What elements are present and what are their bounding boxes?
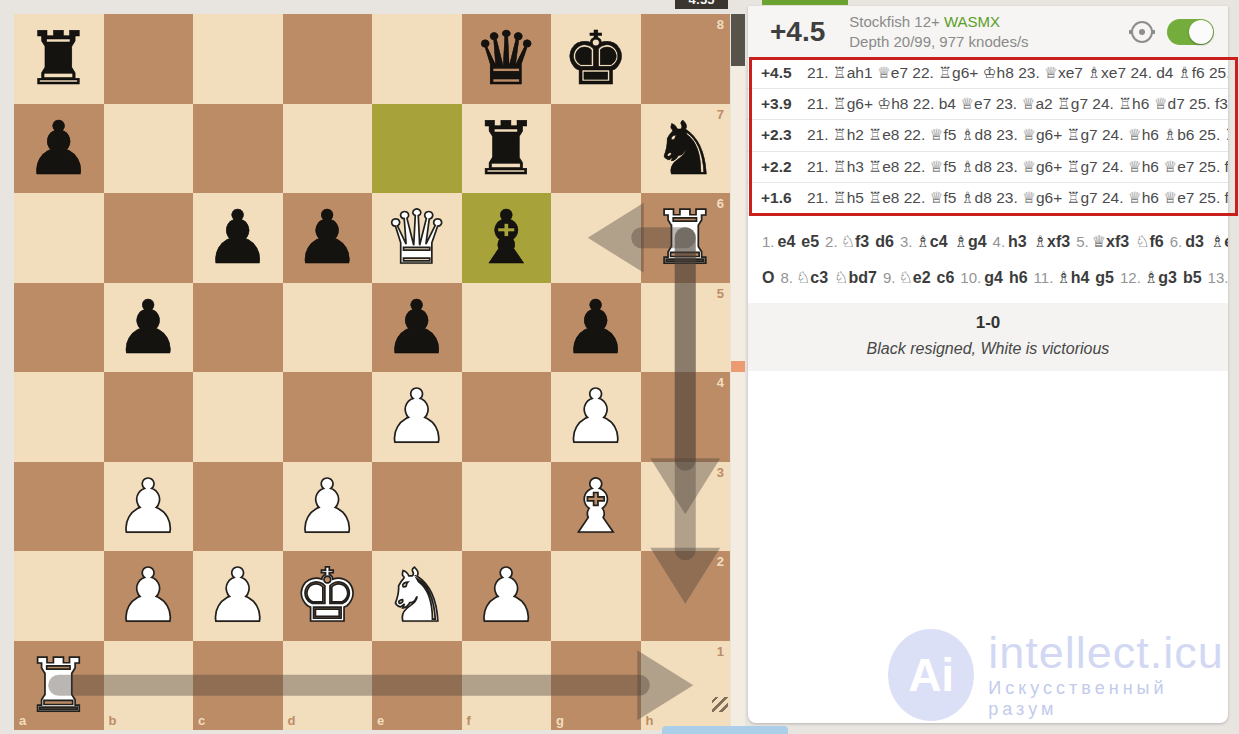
file-label-d: d (288, 713, 296, 728)
square-g5[interactable]: ♟ (551, 283, 641, 373)
square-e6[interactable]: ♛ (372, 193, 462, 283)
move[interactable]: ♘e2 (898, 269, 930, 286)
engine-tech: WASMX (944, 13, 1000, 30)
watermark-logo: Ai (888, 629, 974, 721)
square-h6[interactable]: 6♜ (641, 193, 731, 283)
piece-white-pawn[interactable]: ♟ (193, 551, 283, 641)
move-number: 4. (993, 233, 1006, 250)
square-f4[interactable] (462, 372, 552, 462)
piece-black-pawn[interactable]: ♟ (193, 193, 283, 283)
eval-gauge-black-part (731, 14, 745, 66)
square-g3[interactable]: ♝ (551, 462, 641, 552)
piece-white-knight[interactable]: ♞ (372, 551, 462, 641)
square-f8[interactable]: ♛ (462, 14, 552, 104)
rank-label-1: 1 (717, 644, 724, 659)
move[interactable]: d3 (1185, 233, 1204, 250)
square-c5[interactable] (193, 283, 283, 373)
piece-white-pawn[interactable]: ♟ (462, 551, 552, 641)
square-h8[interactable]: 8 (641, 14, 731, 104)
white-clock: 22:27 (662, 726, 788, 734)
pv-moves: 21. ♖h3 ♖e8 22. ♕f5 ♗d8 23. ♕g6+ ♖g7 24.… (807, 158, 1228, 176)
move[interactable]: ♗c4 (915, 233, 947, 250)
move[interactable]: ♗h4 (1056, 269, 1089, 286)
square-b2[interactable]: ♟ (104, 551, 194, 641)
white-clock-time: 22:27 (699, 730, 750, 734)
move[interactable]: ♗g4 (954, 233, 987, 250)
watermark: Ai intellect.icu Искусственный разум (888, 629, 1228, 721)
pv-moves: 21. ♖h5 ♖e8 22. ♕f5 ♗d8 23. ♕g6+ ♖g7 24.… (807, 189, 1228, 207)
move[interactable]: g5 (1095, 269, 1114, 286)
pv-moves: 21. ♖g6+ ♔h8 22. b4 ♕e7 23. ♕a2 ♖g7 24. … (807, 95, 1228, 113)
square-e8[interactable] (372, 14, 462, 104)
pv-line-3[interactable]: +2.321. ♖h2 ♖e8 22. ♕f5 ♗d8 23. ♕g6+ ♖g7… (748, 119, 1228, 150)
square-b1[interactable]: b (104, 641, 194, 731)
square-g8[interactable]: ♚ (551, 14, 641, 104)
piece-black-pawn[interactable]: ♟ (283, 193, 373, 283)
piece-white-rook[interactable]: ♜ (14, 641, 104, 731)
move[interactable]: ♗g3 (1144, 269, 1177, 286)
move[interactable]: ♘bd7 (834, 269, 877, 286)
rank-label-3: 3 (717, 465, 724, 480)
square-b6[interactable] (104, 193, 194, 283)
square-b3[interactable]: ♟ (104, 462, 194, 552)
result-score: 1-0 (748, 313, 1228, 333)
square-g4[interactable]: ♟ (551, 372, 641, 462)
square-h4[interactable]: 4 (641, 372, 731, 462)
move-number: 2. (825, 233, 838, 250)
square-c2[interactable]: ♟ (193, 551, 283, 641)
move-number: 9. (883, 269, 896, 286)
pv-eval: +3.9 (761, 95, 807, 113)
file-label-c: c (198, 713, 205, 728)
pv-line-5[interactable]: +1.621. ♖h5 ♖e8 22. ♕f5 ♗d8 23. ♕g6+ ♖g7… (748, 182, 1228, 213)
square-a2[interactable] (14, 551, 104, 641)
pv-line-1[interactable]: +4.521. ♖ah1 ♕e7 22. ♖g6+ ♔h8 23. ♕xe7 ♗… (748, 57, 1228, 88)
watermark-subtitle: Искусственный разум (988, 678, 1228, 720)
piece-white-pawn[interactable]: ♟ (104, 462, 194, 552)
square-g2[interactable] (551, 551, 641, 641)
square-b5[interactable]: ♟ (104, 283, 194, 373)
square-e5[interactable]: ♟ (372, 283, 462, 373)
rank-label-5: 5 (717, 286, 724, 301)
move[interactable]: e4 (778, 233, 796, 250)
file-label-b: b (109, 713, 117, 728)
engine-header: +4.5 Stockfish 12+ WASMX Depth 20/99, 97… (748, 6, 1228, 57)
file-label-f: f (467, 713, 471, 728)
square-f2[interactable]: ♟ (462, 551, 552, 641)
watermark-title: intellect.icu (988, 630, 1228, 676)
move-number: 12. (1120, 269, 1141, 286)
piece-black-pawn[interactable]: ♟ (104, 283, 194, 373)
board-resize-handle[interactable] (712, 697, 728, 712)
square-a5[interactable] (14, 283, 104, 373)
square-g1[interactable]: g (551, 641, 641, 731)
engine-depth-progressbar (762, 0, 848, 5)
move-number: 3. (900, 233, 913, 250)
file-label-g: g (556, 713, 564, 728)
piece-black-bishop[interactable]: ♝ (462, 193, 552, 283)
square-e7[interactable] (372, 104, 462, 194)
square-c8[interactable] (193, 14, 283, 104)
piece-black-rook[interactable]: ♜ (462, 104, 552, 194)
analysis-panel: +4.5 Stockfish 12+ WASMX Depth 20/99, 97… (748, 6, 1228, 723)
piece-white-pawn[interactable]: ♟ (283, 462, 373, 552)
piece-black-pawn[interactable]: ♟ (14, 104, 104, 194)
square-c7[interactable] (193, 104, 283, 194)
move[interactable]: h3 (1008, 233, 1027, 250)
rank-label-8: 8 (717, 17, 724, 32)
square-d4[interactable] (283, 372, 373, 462)
square-b4[interactable] (104, 372, 194, 462)
piece-black-king[interactable]: ♚ (551, 14, 641, 104)
pv-eval: +1.6 (761, 189, 807, 207)
square-h1[interactable]: h1 (641, 641, 731, 731)
square-d5[interactable] (283, 283, 373, 373)
engine-info: Stockfish 12+ WASMX Depth 20/99, 977 kno… (849, 12, 1028, 52)
file-label-e: e (377, 713, 384, 728)
rank-label-4: 4 (717, 375, 724, 390)
square-d1[interactable]: d (283, 641, 373, 731)
move-number: 5. (1076, 233, 1089, 250)
square-h2[interactable]: 2 (641, 551, 731, 641)
square-d6[interactable]: ♟ (283, 193, 373, 283)
chess-board[interactable]: ♜♛♚8♟♜7♞♟♟♛♝6♜♟♟♟5♟♟4♟♟♝3♟♟♚♞♟2a♜bcdefgh… (14, 14, 730, 730)
square-f7[interactable]: ♜ (462, 104, 552, 194)
piece-black-pawn[interactable]: ♟ (372, 283, 462, 373)
move-number: 8. (780, 269, 793, 286)
square-a4[interactable] (14, 372, 104, 462)
move[interactable]: ♘c3 (796, 269, 828, 286)
square-c3[interactable] (193, 462, 283, 552)
pv-line-4[interactable]: +2.221. ♖h3 ♖e8 22. ♕f5 ♗d8 23. ♕g6+ ♖g7… (748, 151, 1228, 182)
square-f6[interactable]: ♝ (462, 193, 552, 283)
piece-black-rook[interactable]: ♜ (14, 14, 104, 104)
move[interactable]: ♘f3 (841, 233, 870, 250)
piece-white-king[interactable]: ♚ (283, 551, 373, 641)
engine-toggle-knob (1189, 20, 1213, 44)
piece-white-pawn[interactable]: ♟ (104, 551, 194, 641)
pv-eval: +2.3 (761, 126, 807, 144)
square-d8[interactable] (283, 14, 373, 104)
piece-black-pawn[interactable]: ♟ (551, 283, 641, 373)
square-d7[interactable] (283, 104, 373, 194)
rank-label-2: 2 (717, 554, 724, 569)
eval-gauge (731, 14, 745, 730)
result-comment: Black resigned, White is victorious (748, 340, 1228, 358)
move[interactable]: ♗e7 (1210, 233, 1228, 250)
square-a3[interactable] (14, 462, 104, 552)
move[interactable]: h6 (1009, 269, 1028, 286)
pv-list: +4.521. ♖ah1 ♕e7 22. ♖g6+ ♔h8 23. ♕xe7 ♗… (748, 57, 1228, 214)
square-d2[interactable]: ♚ (283, 551, 373, 641)
move-number: 11. (1034, 269, 1054, 286)
square-c6[interactable]: ♟ (193, 193, 283, 283)
move-number: 13. (1208, 269, 1228, 286)
pv-eval: +2.2 (761, 158, 807, 176)
square-b7[interactable] (104, 104, 194, 194)
black-clock: 4:55 (675, 0, 728, 9)
square-h5[interactable]: 5 (641, 283, 731, 373)
move[interactable]: e5 (801, 233, 819, 250)
engine-name: Stockfish 12+ (849, 13, 939, 30)
threat-crosshair-icon[interactable] (1131, 21, 1153, 43)
pv-moves: 21. ♖h2 ♖e8 22. ♕f5 ♗d8 23. ♕g6+ ♖g7 24.… (807, 126, 1228, 144)
pv-eval: +4.5 (761, 64, 807, 82)
piece-white-queen[interactable]: ♛ (372, 193, 462, 283)
square-a6[interactable] (14, 193, 104, 283)
piece-white-pawn[interactable]: ♟ (551, 372, 641, 462)
square-c4[interactable] (193, 372, 283, 462)
square-f3[interactable] (462, 462, 552, 552)
square-e4[interactable]: ♟ (372, 372, 462, 462)
square-a7[interactable]: ♟ (14, 104, 104, 194)
engine-toggle[interactable] (1167, 19, 1214, 45)
file-label-h: h (646, 713, 654, 728)
move[interactable]: d6 (875, 233, 894, 250)
square-e3[interactable] (372, 462, 462, 552)
piece-black-queen[interactable]: ♛ (462, 14, 552, 104)
piece-white-bishop[interactable]: ♝ (551, 462, 641, 552)
engine-eval: +4.5 (770, 16, 825, 48)
move-list: 1.e4e52.♘f3d63.♗c4♗g44.h3♗xf35.♕xf3♘f66.… (748, 214, 1228, 303)
move-number: 1. (762, 233, 775, 250)
move[interactable]: ♕xf3 (1092, 233, 1129, 250)
square-h7[interactable]: 7♞ (641, 104, 731, 194)
square-g7[interactable] (551, 104, 641, 194)
move-number: 6. (1170, 233, 1183, 250)
piece-black-knight[interactable]: ♞ (641, 104, 731, 194)
square-b8[interactable] (104, 14, 194, 104)
pv-line-2[interactable]: +3.921. ♖g6+ ♔h8 22. b4 ♕e7 23. ♕a2 ♖g7 … (748, 88, 1228, 119)
square-e2[interactable]: ♞ (372, 551, 462, 641)
square-h3[interactable]: 3 (641, 462, 731, 552)
piece-white-pawn[interactable]: ♟ (372, 372, 462, 462)
square-c1[interactable]: c (193, 641, 283, 731)
game-result: 1-0 Black resigned, White is victorious (748, 303, 1228, 371)
move[interactable]: b5 (1183, 269, 1202, 286)
square-a8[interactable]: ♜ (14, 14, 104, 104)
square-f5[interactable] (462, 283, 552, 373)
pv-moves: 21. ♖ah1 ♕e7 22. ♖g6+ ♔h8 23. ♕xe7 ♗xe7 … (807, 64, 1228, 82)
square-a1[interactable]: a♜ (14, 641, 104, 731)
square-e1[interactable]: e (372, 641, 462, 731)
engine-status: Depth 20/99, 977 knodes/s (849, 32, 1028, 52)
square-g6[interactable] (551, 193, 641, 283)
square-f1[interactable]: f (462, 641, 552, 731)
eval-gauge-center-tick (731, 361, 745, 372)
move-number: 10. (960, 269, 981, 286)
piece-white-rook[interactable]: ♜ (641, 193, 731, 283)
move[interactable]: ♘f6 (1135, 233, 1164, 250)
move[interactable]: c6 (937, 269, 955, 286)
square-d3[interactable]: ♟ (283, 462, 373, 552)
move[interactable]: g4 (984, 269, 1003, 286)
move[interactable]: ♗xf3 (1033, 233, 1070, 250)
black-clock-time: 4:55 (675, 0, 728, 7)
